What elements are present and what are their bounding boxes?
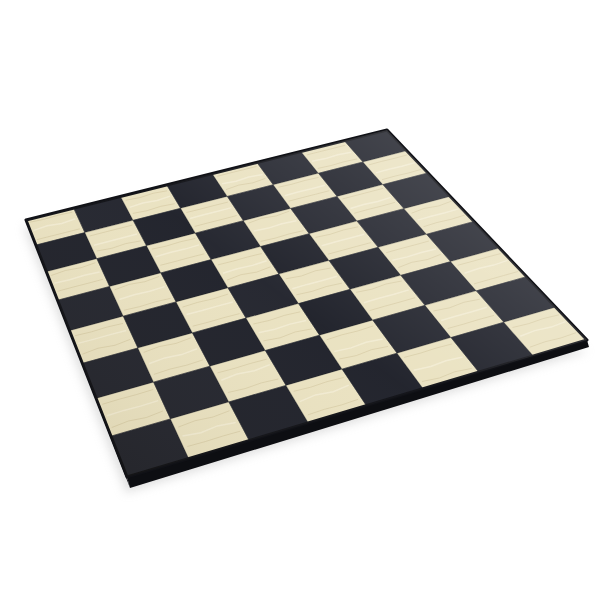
- chessboard: [0, 0, 600, 600]
- product-photo-canvas: [0, 0, 600, 600]
